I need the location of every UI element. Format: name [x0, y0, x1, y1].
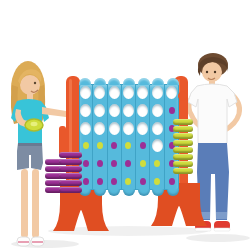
- purple-stack-disc: [59, 166, 82, 172]
- yellow-stack-disc: [173, 126, 193, 132]
- purple-stack-disc: [59, 152, 82, 158]
- purple-stack-disc: [59, 187, 82, 193]
- yellow-stack-disc: [173, 147, 193, 153]
- yellow-stack-disc: [173, 119, 193, 125]
- yellow-stack-disc: [173, 154, 193, 160]
- purple-stack-disc: [59, 173, 82, 179]
- yellow-stack-disc: [173, 140, 193, 146]
- yellow-disc-stack: [173, 118, 193, 174]
- purple-disc-stack-front: [59, 151, 82, 193]
- right-storage-pole: [0, 0, 250, 250]
- purple-stack-disc: [59, 159, 82, 165]
- purple-stack-disc: [59, 180, 82, 186]
- yellow-stack-disc: [173, 133, 193, 139]
- yellow-stack-disc: [173, 161, 193, 167]
- yellow-stack-disc: [173, 168, 193, 174]
- product-photo-giant-connect-four: [0, 0, 250, 250]
